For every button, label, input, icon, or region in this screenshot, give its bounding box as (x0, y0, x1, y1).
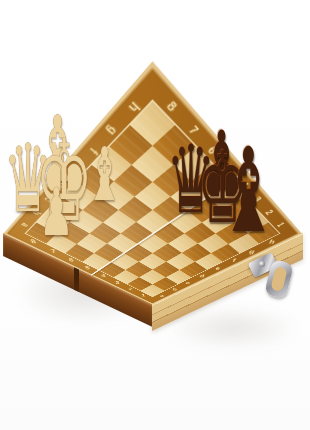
product-photo-stage: aa11bb22cc33dd44ee55ff66gg77hh88 ♝♛♚♟♝♟♛… (0, 0, 310, 430)
file-label-near-e: e (211, 265, 223, 271)
file-label-near-f: f (228, 257, 241, 263)
rank-label-left-4: 4 (97, 273, 108, 279)
file-label-near-h: h (264, 238, 279, 246)
file-label-near-b: b (169, 287, 179, 292)
metal-latch (243, 246, 305, 312)
rank-label-left-6: 6 (64, 257, 77, 263)
rank-label-left-1: 1 (139, 293, 148, 297)
rank-label-left-7: 7 (46, 248, 60, 255)
rank-label-left-2: 2 (126, 287, 136, 292)
file-label-near-a: a (157, 293, 166, 297)
file-label-near-c: c (182, 280, 192, 285)
hinge-gap (74, 266, 79, 291)
rank-label-left-5: 5 (81, 265, 93, 271)
latch-pivot-knob (259, 261, 265, 267)
file-label-near-d: d (196, 273, 207, 279)
rank-label-left-3: 3 (112, 280, 122, 285)
